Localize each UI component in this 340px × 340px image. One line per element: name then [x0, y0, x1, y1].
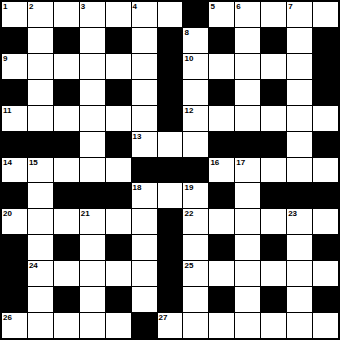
block-cell-r9-c12 [313, 235, 338, 260]
letter-cell-r5-c6[interactable] [158, 132, 183, 157]
letter-cell-r3-c3[interactable] [80, 80, 105, 105]
clue-number: 5 [210, 2, 214, 12]
letter-cell-r11-c7[interactable] [183, 287, 208, 312]
block-cell-r1-c2 [54, 28, 79, 53]
block-cell-r4-c6 [158, 106, 183, 131]
letter-cell-r1-c3[interactable] [80, 28, 105, 53]
clue-number: 7 [288, 2, 292, 12]
block-cell-r5-c8 [209, 132, 234, 157]
letter-cell-r10-c11[interactable] [287, 261, 312, 286]
block-cell-r9-c8 [209, 235, 234, 260]
letter-cell-r12-c12[interactable] [313, 313, 338, 338]
letter-cell-r8-c11[interactable]: 23 [287, 209, 312, 234]
letter-cell-r4-c9[interactable] [235, 106, 260, 131]
clue-number: 1 [3, 2, 7, 12]
letter-cell-r10-c4[interactable] [106, 261, 131, 286]
clue-number: 23 [288, 209, 297, 219]
block-cell-r3-c6 [158, 80, 183, 105]
block-cell-r7-c0 [2, 183, 27, 208]
letter-cell-r9-c9[interactable] [235, 235, 260, 260]
letter-cell-r10-c2[interactable] [54, 261, 79, 286]
block-cell-r7-c2 [54, 183, 79, 208]
clue-number: 27 [159, 313, 168, 323]
block-cell-r5-c0 [2, 132, 27, 157]
block-cell-r0-c7 [183, 2, 208, 27]
letter-cell-r12-c6[interactable]: 27 [158, 313, 183, 338]
clue-number: 21 [81, 209, 90, 219]
letter-cell-r6-c1[interactable]: 15 [28, 158, 53, 183]
clue-number: 16 [210, 158, 219, 168]
block-cell-r8-c6 [158, 209, 183, 234]
letter-cell-r3-c1[interactable] [28, 80, 53, 105]
letter-cell-r12-c2[interactable] [54, 313, 79, 338]
letter-cell-r7-c7[interactable]: 19 [183, 183, 208, 208]
block-cell-r3-c2 [54, 80, 79, 105]
letter-cell-r2-c7[interactable]: 10 [183, 54, 208, 79]
letter-cell-r11-c5[interactable] [132, 287, 157, 312]
clue-number: 22 [184, 209, 193, 219]
block-cell-r1-c0 [2, 28, 27, 53]
letter-cell-r0-c2[interactable] [54, 2, 79, 27]
clue-number: 19 [184, 183, 193, 193]
letter-cell-r10-c8[interactable] [209, 261, 234, 286]
block-cell-r11-c2 [54, 287, 79, 312]
block-cell-r9-c2 [54, 235, 79, 260]
block-cell-r7-c8 [209, 183, 234, 208]
letter-cell-r0-c3[interactable]: 3 [80, 2, 105, 27]
clue-number: 3 [81, 2, 85, 12]
block-cell-r3-c12 [313, 80, 338, 105]
letter-cell-r2-c2[interactable] [54, 54, 79, 79]
letter-cell-r8-c3[interactable]: 21 [80, 209, 105, 234]
letter-cell-r4-c2[interactable] [54, 106, 79, 131]
letter-cell-r8-c0[interactable]: 20 [2, 209, 27, 234]
block-cell-r11-c6 [158, 287, 183, 312]
letter-cell-r4-c7[interactable]: 12 [183, 106, 208, 131]
block-cell-r1-c4 [106, 28, 131, 53]
letter-cell-r5-c7[interactable] [183, 132, 208, 157]
letter-cell-r12-c3[interactable] [80, 313, 105, 338]
letter-cell-r8-c7[interactable]: 22 [183, 209, 208, 234]
letter-cell-r5-c3[interactable] [80, 132, 105, 157]
letter-cell-r12-c8[interactable] [209, 313, 234, 338]
letter-cell-r3-c9[interactable] [235, 80, 260, 105]
block-cell-r9-c4 [106, 235, 131, 260]
letter-cell-r0-c5[interactable]: 4 [132, 2, 157, 27]
letter-cell-r4-c0[interactable]: 11 [2, 106, 27, 131]
letter-cell-r0-c12[interactable] [313, 2, 338, 27]
block-cell-r11-c0 [2, 287, 27, 312]
letter-cell-r8-c5[interactable] [132, 209, 157, 234]
letter-cell-r4-c8[interactable] [209, 106, 234, 131]
block-cell-r6-c6 [158, 158, 183, 183]
clue-number: 10 [184, 54, 193, 64]
letter-cell-r8-c2[interactable] [54, 209, 79, 234]
letter-cell-r11-c1[interactable] [28, 287, 53, 312]
letter-cell-r8-c1[interactable] [28, 209, 53, 234]
block-cell-r5-c9 [235, 132, 260, 157]
letter-cell-r0-c0[interactable]: 1 [2, 2, 27, 27]
letter-cell-r3-c7[interactable] [183, 80, 208, 105]
block-cell-r10-c0 [2, 261, 27, 286]
letter-cell-r5-c5[interactable]: 13 [132, 132, 157, 157]
letter-cell-r12-c1[interactable] [28, 313, 53, 338]
letter-cell-r6-c11[interactable] [287, 158, 312, 183]
clue-number: 14 [3, 158, 12, 168]
letter-cell-r6-c12[interactable] [313, 158, 338, 183]
letter-cell-r0-c6[interactable] [158, 2, 183, 27]
block-cell-r3-c0 [2, 80, 27, 105]
letter-cell-r2-c0[interactable]: 9 [2, 54, 27, 79]
letter-cell-r7-c5[interactable]: 18 [132, 183, 157, 208]
block-cell-r1-c6 [158, 28, 183, 53]
letter-cell-r0-c10[interactable] [261, 2, 286, 27]
letter-cell-r7-c1[interactable] [28, 183, 53, 208]
letter-cell-r2-c4[interactable] [106, 54, 131, 79]
clue-number: 8 [184, 28, 188, 38]
letter-cell-r12-c10[interactable] [261, 313, 286, 338]
block-cell-r5-c12 [313, 132, 338, 157]
block-cell-r7-c10 [261, 183, 286, 208]
letter-cell-r10-c10[interactable] [261, 261, 286, 286]
letter-cell-r0-c4[interactable] [106, 2, 131, 27]
clue-number: 4 [133, 2, 137, 12]
letter-cell-r2-c1[interactable] [28, 54, 53, 79]
letter-cell-r6-c2[interactable] [54, 158, 79, 183]
letter-cell-r9-c7[interactable] [183, 235, 208, 260]
letter-cell-r2-c10[interactable] [261, 54, 286, 79]
letter-cell-r8-c10[interactable] [261, 209, 286, 234]
letter-cell-r12-c4[interactable] [106, 313, 131, 338]
letter-cell-r1-c11[interactable] [287, 28, 312, 53]
letter-cell-r12-c7[interactable] [183, 313, 208, 338]
letter-cell-r3-c11[interactable] [287, 80, 312, 105]
letter-cell-r4-c5[interactable] [132, 106, 157, 131]
letter-cell-r4-c11[interactable] [287, 106, 312, 131]
block-cell-r11-c12 [313, 287, 338, 312]
block-cell-r9-c0 [2, 235, 27, 260]
clue-number: 20 [3, 209, 12, 219]
block-cell-r7-c11 [287, 183, 312, 208]
letter-cell-r10-c3[interactable] [80, 261, 105, 286]
letter-cell-r4-c12[interactable] [313, 106, 338, 131]
letter-cell-r4-c10[interactable] [261, 106, 286, 131]
letter-cell-r8-c4[interactable] [106, 209, 131, 234]
block-cell-r2-c6 [158, 54, 183, 79]
block-cell-r6-c5 [132, 158, 157, 183]
letter-cell-r8-c12[interactable] [313, 209, 338, 234]
letter-cell-r7-c9[interactable] [235, 183, 260, 208]
letter-cell-r10-c1[interactable]: 24 [28, 261, 53, 286]
letter-cell-r0-c9[interactable]: 6 [235, 2, 260, 27]
crossword-puzzle: 1234567891011121314151617181920212223242… [0, 0, 340, 340]
block-cell-r5-c4 [106, 132, 131, 157]
block-cell-r3-c8 [209, 80, 234, 105]
letter-cell-r6-c0[interactable]: 14 [2, 158, 27, 183]
letter-cell-r6-c9[interactable]: 17 [235, 158, 260, 183]
block-cell-r7-c12 [313, 183, 338, 208]
clue-number: 15 [29, 158, 38, 168]
letter-cell-r12-c9[interactable] [235, 313, 260, 338]
clue-number: 18 [133, 183, 142, 193]
letter-cell-r10-c9[interactable] [235, 261, 260, 286]
block-cell-r9-c10 [261, 235, 286, 260]
crossword-board: 1234567891011121314151617181920212223242… [0, 0, 340, 340]
clue-number: 6 [236, 2, 240, 12]
letter-cell-r2-c11[interactable] [287, 54, 312, 79]
letter-cell-r12-c0[interactable]: 26 [2, 313, 27, 338]
letter-cell-r2-c9[interactable] [235, 54, 260, 79]
block-cell-r5-c10 [261, 132, 286, 157]
letter-cell-r1-c5[interactable] [132, 28, 157, 53]
letter-cell-r6-c10[interactable] [261, 158, 286, 183]
letter-cell-r5-c11[interactable] [287, 132, 312, 157]
letter-cell-r10-c5[interactable] [132, 261, 157, 286]
block-cell-r1-c8 [209, 28, 234, 53]
letter-cell-r11-c3[interactable] [80, 287, 105, 312]
block-cell-r5-c1 [28, 132, 53, 157]
letter-cell-r4-c1[interactable] [28, 106, 53, 131]
letter-cell-r9-c11[interactable] [287, 235, 312, 260]
letter-cell-r3-c5[interactable] [132, 80, 157, 105]
clue-number: 17 [236, 158, 245, 168]
block-cell-r3-c4 [106, 80, 131, 105]
letter-cell-r10-c12[interactable] [313, 261, 338, 286]
clue-number: 25 [184, 261, 193, 271]
letter-cell-r9-c1[interactable] [28, 235, 53, 260]
block-cell-r5-c2 [54, 132, 79, 157]
letter-cell-r2-c5[interactable] [132, 54, 157, 79]
block-cell-r9-c6 [158, 235, 183, 260]
block-cell-r1-c12 [313, 28, 338, 53]
block-cell-r11-c4 [106, 287, 131, 312]
letter-cell-r8-c8[interactable] [209, 209, 234, 234]
letter-cell-r8-c9[interactable] [235, 209, 260, 234]
letter-cell-r9-c3[interactable] [80, 235, 105, 260]
letter-cell-r6-c3[interactable] [80, 158, 105, 183]
letter-cell-r2-c8[interactable] [209, 54, 234, 79]
clue-number: 26 [3, 313, 12, 323]
clue-number: 12 [184, 106, 193, 116]
block-cell-r7-c3 [80, 183, 105, 208]
letter-cell-r7-c6[interactable] [158, 183, 183, 208]
letter-cell-r11-c11[interactable] [287, 287, 312, 312]
clue-number: 11 [3, 106, 11, 116]
letter-cell-r10-c7[interactable]: 25 [183, 261, 208, 286]
block-cell-r3-c10 [261, 80, 286, 105]
block-cell-r11-c8 [209, 287, 234, 312]
letter-cell-r6-c4[interactable] [106, 158, 131, 183]
letter-cell-r2-c3[interactable] [80, 54, 105, 79]
letter-cell-r1-c7[interactable]: 8 [183, 28, 208, 53]
letter-cell-r6-c8[interactable]: 16 [209, 158, 234, 183]
letter-cell-r9-c5[interactable] [132, 235, 157, 260]
block-cell-r11-c10 [261, 287, 286, 312]
clue-number: 9 [3, 54, 7, 64]
block-cell-r2-c12 [313, 54, 338, 79]
letter-cell-r1-c9[interactable] [235, 28, 260, 53]
letter-cell-r0-c1[interactable]: 2 [28, 2, 53, 27]
letter-cell-r4-c3[interactable] [80, 106, 105, 131]
letter-cell-r1-c1[interactable] [28, 28, 53, 53]
clue-number: 13 [133, 132, 142, 142]
clue-number: 24 [29, 261, 38, 271]
letter-cell-r11-c9[interactable] [235, 287, 260, 312]
block-cell-r12-c5 [132, 313, 157, 338]
block-cell-r6-c7 [183, 158, 208, 183]
letter-cell-r4-c4[interactable] [106, 106, 131, 131]
clue-number: 2 [29, 2, 33, 12]
letter-cell-r0-c8[interactable]: 5 [209, 2, 234, 27]
letter-cell-r12-c11[interactable] [287, 313, 312, 338]
block-cell-r1-c10 [261, 28, 286, 53]
block-cell-r10-c6 [158, 261, 183, 286]
letter-cell-r0-c11[interactable]: 7 [287, 2, 312, 27]
block-cell-r7-c4 [106, 183, 131, 208]
